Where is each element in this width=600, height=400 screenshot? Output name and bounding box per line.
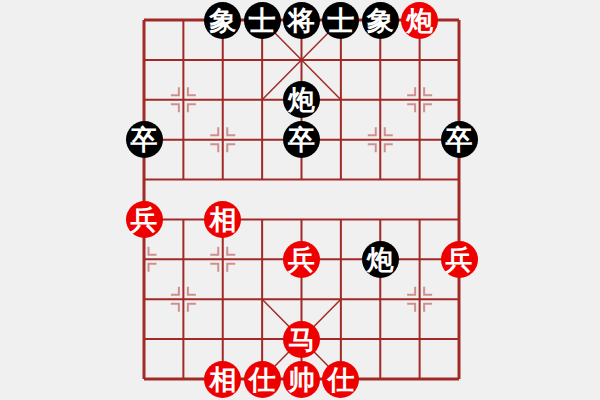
piece-red-advisor[interactable]: 仕 [244,361,281,398]
piece-red-soldier[interactable]: 兵 [283,241,320,278]
piece-black-advisor[interactable]: 士 [322,2,359,39]
piece-black-elephant[interactable]: 象 [362,2,399,39]
piece-black-advisor[interactable]: 士 [244,2,281,39]
piece-black-cannon[interactable]: 炮 [283,81,320,118]
piece-red-soldier[interactable]: 兵 [126,201,163,238]
piece-red-elephant[interactable]: 相 [204,361,241,398]
piece-black-soldier[interactable]: 卒 [126,121,163,158]
piece-red-cannon[interactable]: 炮 [401,2,438,39]
piece-black-cannon[interactable]: 炮 [362,241,399,278]
piece-red-advisor[interactable]: 仕 [322,361,359,398]
xiangqi-diagram: 象士将士象炮炮卒卒卒兵相兵炮兵马相仕帅仕 [0,0,600,400]
piece-black-soldier[interactable]: 卒 [441,121,478,158]
piece-red-soldier[interactable]: 兵 [441,241,478,278]
piece-red-general[interactable]: 帅 [283,361,320,398]
piece-red-elephant[interactable]: 相 [204,201,241,238]
piece-black-soldier[interactable]: 卒 [283,121,320,158]
piece-red-horse[interactable]: 马 [283,321,320,358]
piece-black-elephant[interactable]: 象 [204,2,241,39]
pieces-layer: 象士将士象炮炮卒卒卒兵相兵炮兵马相仕帅仕 [0,0,600,400]
piece-black-general[interactable]: 将 [283,2,320,39]
